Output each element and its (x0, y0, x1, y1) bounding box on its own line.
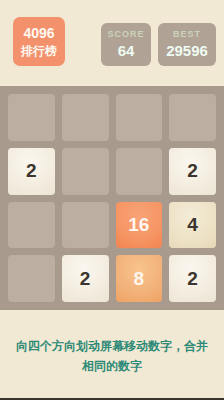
board-cell (116, 148, 163, 195)
board-cell: 2 (169, 148, 216, 195)
leaderboard-button-title: 4096 (23, 23, 54, 43)
board-cell (169, 94, 216, 141)
leaderboard-button[interactable]: 4096 排行榜 (13, 17, 65, 66)
tile-2: 2 (169, 255, 216, 302)
tile-8: 8 (116, 255, 163, 302)
game-board[interactable]: 22164282 (0, 86, 224, 310)
instruction-line-1: 向四个方向划动屏幕移动数字，合并 (0, 336, 224, 356)
board-cell: 2 (169, 255, 216, 302)
board-cell (62, 148, 109, 195)
game-screen: 4096 排行榜 SCORE 64 BEST 29596 22164282 向四… (0, 0, 224, 400)
board-cell: 4 (169, 202, 216, 249)
board-cell (8, 255, 55, 302)
board-cell (8, 94, 55, 141)
tile-2: 2 (169, 148, 216, 195)
instruction-line-2: 相同的数字 (0, 356, 224, 376)
board-cell (8, 202, 55, 249)
board-cell: 16 (116, 202, 163, 249)
board-cell (62, 94, 109, 141)
board-cell: 2 (8, 148, 55, 195)
leaderboard-button-subtitle: 排行榜 (21, 43, 57, 60)
tile-16: 16 (116, 202, 163, 249)
board-cell: 8 (116, 255, 163, 302)
tile-2: 2 (8, 148, 55, 195)
board-cell: 2 (62, 255, 109, 302)
score-box: SCORE 64 (101, 23, 151, 66)
best-label: BEST (173, 29, 201, 41)
score-label: SCORE (107, 29, 144, 41)
instructions: 向四个方向划动屏幕移动数字，合并 相同的数字 (0, 336, 224, 376)
tile-4: 4 (169, 202, 216, 249)
board-cell (116, 94, 163, 141)
score-value: 64 (118, 41, 135, 61)
best-box: BEST 29596 (158, 23, 216, 66)
board-cell (62, 202, 109, 249)
best-value: 29596 (166, 41, 208, 61)
tile-2: 2 (62, 255, 109, 302)
